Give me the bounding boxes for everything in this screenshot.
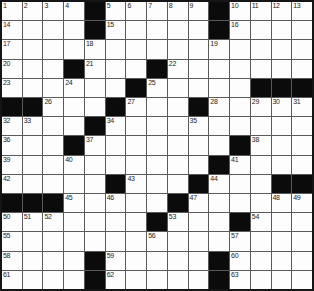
black-cell-9-13 [272,175,292,193]
cell-13-1[interactable] [23,252,43,270]
clue-number-39: 39 [3,156,10,164]
cell-13-9[interactable] [189,252,209,270]
cell-1-2[interactable] [43,21,63,39]
black-cell-14-10 [209,271,229,289]
cell-6-12[interactable] [251,117,271,135]
cell-3-10[interactable] [209,60,229,78]
clue-number-29: 29 [252,98,259,106]
cell-6-5[interactable]: 34 [106,117,126,135]
crossword-grid: 1234567891011121314151617181920212223242… [0,0,314,291]
cell-13-11[interactable]: 60 [230,252,250,270]
cell-8-3[interactable]: 40 [64,156,84,174]
black-cell-5-9 [189,98,209,116]
cell-0-6[interactable]: 6 [126,2,146,20]
cell-0-7[interactable]: 7 [147,2,167,20]
cell-12-10[interactable] [209,232,229,250]
clue-number-6: 6 [127,2,131,10]
cell-4-0[interactable]: 23 [2,79,22,97]
cell-8-12[interactable] [251,156,271,174]
clue-number-1: 1 [3,2,7,10]
clue-number-12: 12 [273,2,280,10]
clue-number-28: 28 [210,98,217,106]
black-cell-9-5 [106,175,126,193]
cell-13-5[interactable]: 59 [106,252,126,270]
cell-7-9[interactable] [189,136,209,154]
cell-8-1[interactable] [23,156,43,174]
clue-number-15: 15 [107,21,114,29]
cell-12-5[interactable] [106,232,126,250]
cell-13-7[interactable] [147,252,167,270]
cell-1-1[interactable] [23,21,43,39]
clue-number-57: 57 [231,232,238,240]
black-cell-5-0 [2,98,22,116]
cell-0-3[interactable]: 4 [64,2,84,20]
cell-0-11[interactable]: 10 [230,2,250,20]
black-cell-10-0 [2,194,22,212]
crossword-page: 1234567891011121314151617181920212223242… [0,0,314,291]
cell-7-8[interactable] [168,136,188,154]
cell-12-9[interactable] [189,232,209,250]
cell-4-7[interactable]: 25 [147,79,167,97]
cell-12-11[interactable]: 57 [230,232,250,250]
black-cell-9-9 [189,175,209,193]
clue-number-11: 11 [252,2,259,10]
cell-2-3[interactable] [64,40,84,58]
cell-3-9[interactable] [189,60,209,78]
clue-number-55: 55 [3,232,10,240]
cell-10-4[interactable] [85,194,105,212]
clue-number-26: 26 [44,98,51,106]
cell-7-10[interactable] [209,136,229,154]
cell-8-4[interactable] [85,156,105,174]
cell-8-2[interactable] [43,156,63,174]
cell-2-14[interactable] [292,40,312,58]
cell-6-11[interactable] [230,117,250,135]
black-cell-8-10 [209,156,229,174]
cell-14-2[interactable] [43,271,63,289]
clue-number-24: 24 [65,79,72,87]
cell-11-14[interactable] [292,213,312,231]
clue-number-34: 34 [107,117,114,125]
cell-1-12[interactable] [251,21,271,39]
cell-10-5[interactable]: 46 [106,194,126,212]
cell-13-8[interactable] [168,252,188,270]
cell-9-12[interactable] [251,175,271,193]
cell-11-13[interactable] [272,213,292,231]
cell-5-11[interactable] [230,98,250,116]
clue-number-20: 20 [3,60,10,68]
cell-0-5[interactable]: 5 [106,2,126,20]
clue-number-10: 10 [231,2,238,10]
cell-1-13[interactable] [272,21,292,39]
cell-13-2[interactable] [43,252,63,270]
cell-5-13[interactable]: 30 [272,98,292,116]
cell-14-1[interactable] [23,271,43,289]
clue-number-22: 22 [169,60,176,68]
cell-11-9[interactable] [189,213,209,231]
cell-13-13[interactable] [272,252,292,270]
cell-0-14[interactable]: 13 [292,2,312,20]
black-cell-6-4 [85,117,105,135]
cell-5-4[interactable] [85,98,105,116]
cell-5-2[interactable]: 26 [43,98,63,116]
clue-number-56: 56 [148,232,155,240]
cell-14-9[interactable] [189,271,209,289]
cell-9-6[interactable]: 43 [126,175,146,193]
cell-1-9[interactable] [189,21,209,39]
cell-0-8[interactable]: 8 [168,2,188,20]
cell-11-5[interactable] [106,213,126,231]
cell-9-8[interactable] [168,175,188,193]
cell-2-7[interactable] [147,40,167,58]
cell-9-7[interactable] [147,175,167,193]
cell-7-4[interactable]: 37 [85,136,105,154]
black-cell-10-8 [168,194,188,212]
cell-2-6[interactable] [126,40,146,58]
cell-11-6[interactable] [126,213,146,231]
clue-number-41: 41 [231,156,238,164]
clue-number-4: 4 [65,2,69,10]
cell-14-0[interactable]: 61 [2,271,22,289]
clue-number-58: 58 [3,252,10,260]
cell-9-2[interactable] [43,175,63,193]
clue-number-53: 53 [169,213,176,221]
clue-number-42: 42 [3,175,10,183]
cell-4-4[interactable] [85,79,105,97]
cell-3-8[interactable]: 22 [168,60,188,78]
cell-6-14[interactable] [292,117,312,135]
cell-9-3[interactable] [64,175,84,193]
cell-9-4[interactable] [85,175,105,193]
cell-9-0[interactable]: 42 [2,175,22,193]
clue-number-2: 2 [24,2,28,10]
clue-number-21: 21 [86,60,93,68]
cell-10-3[interactable]: 45 [64,194,84,212]
black-cell-14-4 [85,271,105,289]
clue-number-52: 52 [44,213,51,221]
cell-6-13[interactable] [272,117,292,135]
cell-5-3[interactable] [64,98,84,116]
cell-6-0[interactable]: 32 [2,117,22,135]
cell-10-6[interactable] [126,194,146,212]
cell-3-0[interactable]: 20 [2,60,22,78]
cell-11-8[interactable]: 53 [168,213,188,231]
cell-1-3[interactable] [64,21,84,39]
cell-4-9[interactable] [189,79,209,97]
black-cell-0-4 [85,2,105,20]
cell-11-2[interactable]: 52 [43,213,63,231]
black-cell-13-4 [85,252,105,270]
cell-11-10[interactable] [209,213,229,231]
clue-number-38: 38 [252,136,259,144]
cell-7-5[interactable] [106,136,126,154]
clue-number-63: 63 [231,271,238,279]
clue-number-47: 47 [190,194,197,202]
cell-4-2[interactable] [43,79,63,97]
cell-2-9[interactable] [189,40,209,58]
clue-number-46: 46 [107,194,114,202]
cell-14-12[interactable] [251,271,271,289]
black-cell-9-14 [292,175,312,193]
black-cell-10-1 [23,194,43,212]
cell-14-7[interactable] [147,271,167,289]
cell-0-13[interactable]: 12 [272,2,292,20]
black-cell-11-11 [230,213,250,231]
clue-number-8: 8 [169,2,173,10]
cell-7-6[interactable] [126,136,146,154]
cell-3-13[interactable] [272,60,292,78]
black-cell-4-14 [292,79,312,97]
cell-12-13[interactable] [272,232,292,250]
cell-5-10[interactable]: 28 [209,98,229,116]
cell-12-3[interactable] [64,232,84,250]
cell-0-0[interactable]: 1 [2,2,22,20]
clue-number-62: 62 [107,271,114,279]
clue-number-3: 3 [44,2,48,10]
clue-number-18: 18 [86,40,93,48]
clue-number-25: 25 [148,79,155,87]
cell-12-4[interactable] [85,232,105,250]
cell-2-13[interactable] [272,40,292,58]
black-cell-4-13 [272,79,292,97]
cell-2-0[interactable]: 17 [2,40,22,58]
cell-6-2[interactable] [43,117,63,135]
clue-number-48: 48 [273,194,280,202]
cell-9-10[interactable]: 44 [209,175,229,193]
cell-12-0[interactable]: 55 [2,232,22,250]
cell-6-1[interactable]: 33 [23,117,43,135]
cell-10-9[interactable]: 47 [189,194,209,212]
cell-8-0[interactable]: 39 [2,156,22,174]
clue-number-43: 43 [127,175,134,183]
cell-3-11[interactable] [230,60,250,78]
clue-number-33: 33 [24,117,31,125]
clue-number-9: 9 [190,2,194,10]
clue-number-16: 16 [231,21,238,29]
cell-1-7[interactable] [147,21,167,39]
cell-1-8[interactable] [168,21,188,39]
cell-3-6[interactable] [126,60,146,78]
cell-12-6[interactable] [126,232,146,250]
clue-number-40: 40 [65,156,72,164]
cell-13-0[interactable]: 58 [2,252,22,270]
cell-6-6[interactable] [126,117,146,135]
clue-number-60: 60 [231,252,238,260]
cell-13-6[interactable] [126,252,146,270]
cell-7-1[interactable] [23,136,43,154]
cell-2-5[interactable] [106,40,126,58]
cell-7-14[interactable] [292,136,312,154]
black-cell-1-4 [85,21,105,39]
black-cell-3-3 [64,60,84,78]
clue-number-36: 36 [3,136,10,144]
cell-10-11[interactable] [230,194,250,212]
cell-4-3[interactable]: 24 [64,79,84,97]
cell-14-13[interactable] [272,271,292,289]
clue-number-5: 5 [107,2,111,10]
cell-11-4[interactable] [85,213,105,231]
black-cell-11-7 [147,213,167,231]
cell-12-2[interactable] [43,232,63,250]
cell-9-11[interactable] [230,175,250,193]
clue-number-13: 13 [293,2,300,10]
cell-12-14[interactable] [292,232,312,250]
cell-11-0[interactable]: 50 [2,213,22,231]
cell-6-7[interactable] [147,117,167,135]
cell-14-5[interactable]: 62 [106,271,126,289]
cell-4-8[interactable] [168,79,188,97]
cell-2-12[interactable] [251,40,271,58]
cell-7-7[interactable] [147,136,167,154]
cell-11-3[interactable] [64,213,84,231]
cell-2-8[interactable] [168,40,188,58]
black-cell-3-7 [147,60,167,78]
cell-14-14[interactable] [292,271,312,289]
cell-1-0[interactable]: 14 [2,21,22,39]
cell-4-1[interactable] [23,79,43,97]
clue-number-32: 32 [3,117,10,125]
cell-1-11[interactable]: 16 [230,21,250,39]
cell-5-7[interactable] [147,98,167,116]
black-cell-0-10 [209,2,229,20]
clue-number-19: 19 [210,40,217,48]
cell-2-1[interactable] [23,40,43,58]
cell-12-12[interactable] [251,232,271,250]
black-cell-10-2 [43,194,63,212]
cell-0-12[interactable]: 11 [251,2,271,20]
cell-10-7[interactable] [147,194,167,212]
clue-number-59: 59 [107,252,114,260]
cell-3-1[interactable] [23,60,43,78]
cell-8-6[interactable] [126,156,146,174]
cell-13-12[interactable] [251,252,271,270]
cell-5-6[interactable]: 27 [126,98,146,116]
cell-12-8[interactable] [168,232,188,250]
clue-number-14: 14 [3,21,10,29]
cell-3-2[interactable] [43,60,63,78]
black-cell-5-5 [106,98,126,116]
cell-4-5[interactable] [106,79,126,97]
cell-8-14[interactable] [292,156,312,174]
cell-14-11[interactable]: 63 [230,271,250,289]
cell-5-8[interactable] [168,98,188,116]
cell-6-3[interactable] [64,117,84,135]
cell-3-4[interactable]: 21 [85,60,105,78]
cell-4-11[interactable] [230,79,250,97]
cell-2-4[interactable]: 18 [85,40,105,58]
clue-number-61: 61 [3,271,10,279]
cell-10-14[interactable]: 49 [292,194,312,212]
cell-11-1[interactable]: 51 [23,213,43,231]
clue-number-37: 37 [86,136,93,144]
cell-0-2[interactable]: 3 [43,2,63,20]
clue-number-51: 51 [24,213,31,221]
clue-number-30: 30 [273,98,280,106]
cell-5-12[interactable]: 29 [251,98,271,116]
black-cell-13-10 [209,252,229,270]
cell-7-0[interactable]: 36 [2,136,22,154]
black-cell-1-10 [209,21,229,39]
black-cell-4-6 [126,79,146,97]
cell-4-10[interactable] [209,79,229,97]
clue-number-17: 17 [3,40,10,48]
cell-6-10[interactable] [209,117,229,135]
cell-12-7[interactable]: 56 [147,232,167,250]
cell-13-3[interactable] [64,252,84,270]
clue-number-54: 54 [252,213,259,221]
cell-9-1[interactable] [23,175,43,193]
cell-3-5[interactable] [106,60,126,78]
black-cell-7-3 [64,136,84,154]
cell-14-3[interactable] [64,271,84,289]
cell-10-10[interactable] [209,194,229,212]
cell-2-11[interactable] [230,40,250,58]
cell-3-12[interactable] [251,60,271,78]
cell-11-12[interactable]: 54 [251,213,271,231]
cell-6-8[interactable] [168,117,188,135]
cell-14-8[interactable] [168,271,188,289]
cell-7-2[interactable] [43,136,63,154]
cell-8-11[interactable]: 41 [230,156,250,174]
cell-8-7[interactable] [147,156,167,174]
clue-number-31: 31 [293,98,300,106]
cell-6-9[interactable]: 35 [189,117,209,135]
cell-10-12[interactable] [251,194,271,212]
clue-number-45: 45 [65,194,72,202]
black-cell-4-12 [251,79,271,97]
cell-1-6[interactable] [126,21,146,39]
black-cell-5-1 [23,98,43,116]
clue-number-27: 27 [127,98,134,106]
clue-number-23: 23 [3,79,10,87]
cell-5-14[interactable]: 31 [292,98,312,116]
cell-13-14[interactable] [292,252,312,270]
cell-14-6[interactable] [126,271,146,289]
black-cell-7-11 [230,136,250,154]
cell-8-5[interactable] [106,156,126,174]
cell-3-14[interactable] [292,60,312,78]
cell-8-13[interactable] [272,156,292,174]
cell-2-10[interactable]: 19 [209,40,229,58]
cell-8-9[interactable] [189,156,209,174]
cell-0-1[interactable]: 2 [23,2,43,20]
clue-number-35: 35 [190,117,197,125]
cell-10-13[interactable]: 48 [272,194,292,212]
cell-12-1[interactable] [23,232,43,250]
cell-7-13[interactable] [272,136,292,154]
clue-number-49: 49 [293,194,300,202]
clue-number-7: 7 [148,2,152,10]
cell-1-5[interactable]: 15 [106,21,126,39]
clue-number-50: 50 [3,213,10,221]
cell-1-14[interactable] [292,21,312,39]
cell-7-12[interactable]: 38 [251,136,271,154]
cell-0-9[interactable]: 9 [189,2,209,20]
cell-8-8[interactable] [168,156,188,174]
clue-number-44: 44 [210,175,217,183]
cell-2-2[interactable] [43,40,63,58]
